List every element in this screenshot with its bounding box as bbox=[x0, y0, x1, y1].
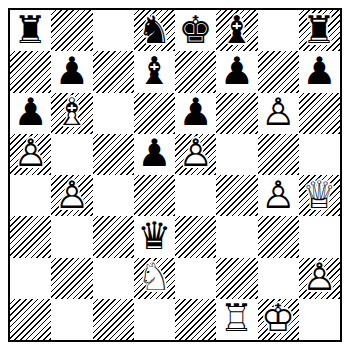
white-queen: ♕ bbox=[299, 175, 340, 216]
square-c5[interactable] bbox=[93, 134, 134, 175]
white-pawn: ♙ bbox=[51, 175, 92, 216]
square-c1[interactable] bbox=[93, 299, 134, 340]
square-e8[interactable]: ♚♚ bbox=[175, 10, 216, 51]
square-h2[interactable]: ♟♙ bbox=[299, 258, 340, 299]
square-h5[interactable] bbox=[299, 134, 340, 175]
square-f6[interactable] bbox=[216, 93, 257, 134]
square-a5[interactable]: ♟♙ bbox=[10, 134, 51, 175]
white-pawn: ♙ bbox=[10, 134, 51, 175]
square-h1[interactable] bbox=[299, 299, 340, 340]
piece-backing: ♛ bbox=[134, 216, 175, 257]
square-b5[interactable] bbox=[51, 134, 92, 175]
square-e5[interactable]: ♟♙ bbox=[175, 134, 216, 175]
square-e7[interactable] bbox=[175, 51, 216, 92]
square-d5[interactable]: ♟♟ bbox=[134, 134, 175, 175]
piece-backing: ♚ bbox=[258, 299, 299, 340]
square-h4[interactable]: ♛♕ bbox=[299, 175, 340, 216]
square-g4[interactable]: ♟♙ bbox=[258, 175, 299, 216]
square-d6[interactable] bbox=[134, 93, 175, 134]
piece-backing: ♟ bbox=[299, 258, 340, 299]
square-b1[interactable] bbox=[51, 299, 92, 340]
square-c2[interactable] bbox=[93, 258, 134, 299]
piece-backing: ♞ bbox=[134, 10, 175, 51]
square-e6[interactable]: ♟♟ bbox=[175, 93, 216, 134]
square-b8[interactable] bbox=[51, 10, 92, 51]
black-pawn: ♟ bbox=[216, 51, 257, 92]
piece-backing: ♝ bbox=[216, 10, 257, 51]
square-d3[interactable]: ♛♛ bbox=[134, 216, 175, 257]
piece-backing: ♟ bbox=[216, 51, 257, 92]
square-g7[interactable] bbox=[258, 51, 299, 92]
piece-backing: ♟ bbox=[10, 134, 51, 175]
square-f5[interactable] bbox=[216, 134, 257, 175]
black-knight: ♞ bbox=[134, 10, 175, 51]
white-rook: ♖ bbox=[216, 299, 257, 340]
square-a7[interactable] bbox=[10, 51, 51, 92]
black-queen: ♛ bbox=[134, 216, 175, 257]
square-g5[interactable] bbox=[258, 134, 299, 175]
square-g2[interactable] bbox=[258, 258, 299, 299]
white-knight: ♘ bbox=[134, 258, 175, 299]
white-pawn: ♙ bbox=[258, 175, 299, 216]
square-f2[interactable] bbox=[216, 258, 257, 299]
piece-backing: ♞ bbox=[134, 258, 175, 299]
square-f1[interactable]: ♜♖ bbox=[216, 299, 257, 340]
square-e1[interactable] bbox=[175, 299, 216, 340]
square-c8[interactable] bbox=[93, 10, 134, 51]
square-d4[interactable] bbox=[134, 175, 175, 216]
piece-backing: ♛ bbox=[299, 175, 340, 216]
black-pawn: ♟ bbox=[299, 51, 340, 92]
square-b4[interactable]: ♟♙ bbox=[51, 175, 92, 216]
square-a3[interactable] bbox=[10, 216, 51, 257]
chess-diagram: ♜♜♞♞♚♚♝♝♜♜♟♟♝♝♟♟♟♟♟♟♝♗♟♟♟♙♟♙♟♟♟♙♟♙♟♙♛♕♛♛… bbox=[8, 8, 342, 342]
black-rook: ♜ bbox=[299, 10, 340, 51]
black-bishop: ♝ bbox=[134, 51, 175, 92]
square-b2[interactable] bbox=[51, 258, 92, 299]
piece-backing: ♟ bbox=[258, 93, 299, 134]
square-c4[interactable] bbox=[93, 175, 134, 216]
square-c3[interactable] bbox=[93, 216, 134, 257]
black-pawn: ♟ bbox=[134, 134, 175, 175]
chess-board: ♜♜♞♞♚♚♝♝♜♜♟♟♝♝♟♟♟♟♟♟♝♗♟♟♟♙♟♙♟♟♟♙♟♙♟♙♛♕♛♛… bbox=[10, 10, 340, 340]
square-d7[interactable]: ♝♝ bbox=[134, 51, 175, 92]
square-a2[interactable] bbox=[10, 258, 51, 299]
square-b6[interactable]: ♝♗ bbox=[51, 93, 92, 134]
square-d2[interactable]: ♞♘ bbox=[134, 258, 175, 299]
black-pawn: ♟ bbox=[175, 93, 216, 134]
square-g3[interactable] bbox=[258, 216, 299, 257]
piece-backing: ♜ bbox=[10, 10, 51, 51]
square-f7[interactable]: ♟♟ bbox=[216, 51, 257, 92]
piece-backing: ♟ bbox=[175, 93, 216, 134]
square-g8[interactable] bbox=[258, 10, 299, 51]
square-c7[interactable] bbox=[93, 51, 134, 92]
square-f3[interactable] bbox=[216, 216, 257, 257]
black-rook: ♜ bbox=[10, 10, 51, 51]
square-e3[interactable] bbox=[175, 216, 216, 257]
piece-backing: ♟ bbox=[175, 134, 216, 175]
piece-backing: ♟ bbox=[134, 134, 175, 175]
square-h3[interactable] bbox=[299, 216, 340, 257]
piece-backing: ♚ bbox=[175, 10, 216, 51]
square-d8[interactable]: ♞♞ bbox=[134, 10, 175, 51]
piece-backing: ♜ bbox=[216, 299, 257, 340]
black-king: ♚ bbox=[175, 10, 216, 51]
square-b7[interactable]: ♟♟ bbox=[51, 51, 92, 92]
square-d1[interactable] bbox=[134, 299, 175, 340]
white-pawn: ♙ bbox=[175, 134, 216, 175]
piece-backing: ♟ bbox=[299, 51, 340, 92]
square-e4[interactable] bbox=[175, 175, 216, 216]
white-pawn: ♙ bbox=[299, 258, 340, 299]
square-g6[interactable]: ♟♙ bbox=[258, 93, 299, 134]
square-f8[interactable]: ♝♝ bbox=[216, 10, 257, 51]
square-h6[interactable] bbox=[299, 93, 340, 134]
square-a6[interactable]: ♟♟ bbox=[10, 93, 51, 134]
piece-backing: ♟ bbox=[51, 51, 92, 92]
piece-backing: ♟ bbox=[10, 93, 51, 134]
piece-backing: ♜ bbox=[299, 10, 340, 51]
piece-backing: ♟ bbox=[51, 175, 92, 216]
square-h7[interactable]: ♟♟ bbox=[299, 51, 340, 92]
black-pawn: ♟ bbox=[51, 51, 92, 92]
piece-backing: ♝ bbox=[134, 51, 175, 92]
white-pawn: ♙ bbox=[258, 93, 299, 134]
square-c6[interactable] bbox=[93, 93, 134, 134]
square-g1[interactable]: ♚♔ bbox=[258, 299, 299, 340]
square-b3[interactable] bbox=[51, 216, 92, 257]
square-h8[interactable]: ♜♜ bbox=[299, 10, 340, 51]
black-bishop: ♝ bbox=[216, 10, 257, 51]
square-a4[interactable] bbox=[10, 175, 51, 216]
white-bishop: ♗ bbox=[51, 93, 92, 134]
square-a8[interactable]: ♜♜ bbox=[10, 10, 51, 51]
black-pawn: ♟ bbox=[10, 93, 51, 134]
square-a1[interactable] bbox=[10, 299, 51, 340]
white-king: ♔ bbox=[258, 299, 299, 340]
piece-backing: ♟ bbox=[258, 175, 299, 216]
square-f4[interactable] bbox=[216, 175, 257, 216]
square-e2[interactable] bbox=[175, 258, 216, 299]
piece-backing: ♝ bbox=[51, 93, 92, 134]
